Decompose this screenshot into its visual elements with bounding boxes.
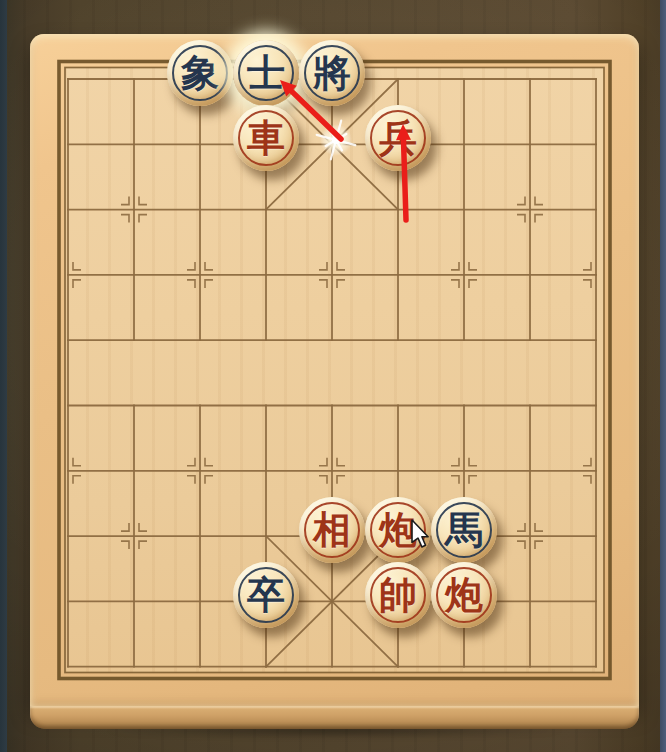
right-edge-strip	[660, 0, 666, 752]
piece-glyph: 兵	[365, 105, 431, 171]
left-edge-strip	[0, 0, 7, 752]
black-advisor[interactable]: 士	[233, 40, 299, 106]
red-soldier[interactable]: 兵	[365, 105, 431, 171]
piece-glyph: 馬	[431, 497, 497, 563]
piece-glyph: 相	[299, 497, 365, 563]
piece-glyph: 車	[233, 105, 299, 171]
piece-glyph: 帥	[365, 562, 431, 628]
xiangqi-board: 象士將車兵相炮馬卒帥炮	[30, 34, 639, 729]
red-cannon-1[interactable]: 炮	[365, 497, 431, 563]
red-elephant[interactable]: 相	[299, 497, 365, 563]
red-chariot[interactable]: 車	[233, 105, 299, 171]
piece-glyph: 卒	[233, 562, 299, 628]
xiangqi-game-screen: 象士將車兵相炮馬卒帥炮	[0, 0, 666, 752]
black-general[interactable]: 將	[299, 40, 365, 106]
black-soldier[interactable]: 卒	[233, 562, 299, 628]
piece-glyph: 炮	[365, 497, 431, 563]
piece-glyph: 象	[167, 40, 233, 106]
red-cannon-2[interactable]: 炮	[431, 562, 497, 628]
black-elephant[interactable]: 象	[167, 40, 233, 106]
red-general[interactable]: 帥	[365, 562, 431, 628]
piece-glyph: 士	[233, 40, 299, 106]
pieces-grid: 象士將車兵相炮馬卒帥炮	[35, 46, 629, 699]
black-horse[interactable]: 馬	[431, 497, 497, 563]
piece-glyph: 將	[299, 40, 365, 106]
piece-glyph: 炮	[431, 562, 497, 628]
